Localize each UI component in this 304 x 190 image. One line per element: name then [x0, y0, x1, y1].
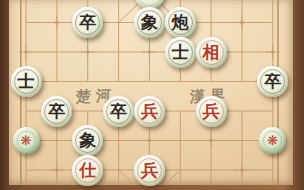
piece-red-soldier-4-7[interactable]: 兵: [134, 155, 165, 186]
piece-black-advisor-0-4[interactable]: 士: [11, 66, 42, 97]
piece-red-elephant-6-3[interactable]: 相: [196, 37, 227, 68]
piece-glyph: 兵: [141, 161, 158, 178]
piece-black-soldier-3-5[interactable]: 卒: [103, 96, 134, 127]
piece-glyph: 卒: [79, 14, 96, 31]
piece-black-soldier-1-5[interactable]: 卒: [41, 96, 72, 127]
piece-glyph: 象: [79, 132, 96, 149]
piece-glyph: 卒: [110, 102, 127, 119]
piece-red-soldier-4-5[interactable]: 兵: [134, 96, 165, 127]
piece-glyph: 卒: [48, 102, 65, 119]
piece-glyph: 炮: [172, 14, 189, 31]
piece-facedown-piece-0-6[interactable]: ❋: [13, 127, 40, 154]
piece-black-soldier-2-2[interactable]: 卒: [72, 7, 103, 38]
piece-black-cannon-5-2[interactable]: 炮: [165, 7, 196, 38]
piece-glyph: 相: [203, 43, 220, 60]
piece-red-soldier-6-5[interactable]: 兵: [196, 96, 227, 127]
piece-glyph: 卒: [264, 73, 281, 90]
piece-black-elephant-4-2[interactable]: 象: [134, 7, 165, 38]
piece-glyph: 士: [18, 73, 35, 90]
piece-glyph: 兵: [141, 102, 158, 119]
piece-glyph: 象: [141, 14, 158, 31]
piece-glyph: 士: [172, 43, 189, 60]
xiangqi-board-screenshot: 楚河 漢界 卒象炮士相士卒卒卒兵兵❋象❋仕兵: [0, 0, 304, 190]
piece-glyph: ❋: [21, 134, 32, 147]
piece-glyph: ❋: [267, 134, 278, 147]
piece-black-elephant-2-6[interactable]: 象: [72, 125, 103, 156]
piece-red-advisor-2-7[interactable]: 仕: [72, 155, 103, 186]
piece-glyph: 兵: [203, 102, 220, 119]
piece-glyph: 仕: [79, 161, 96, 178]
piece-black-advisor-5-3[interactable]: 士: [165, 37, 196, 68]
